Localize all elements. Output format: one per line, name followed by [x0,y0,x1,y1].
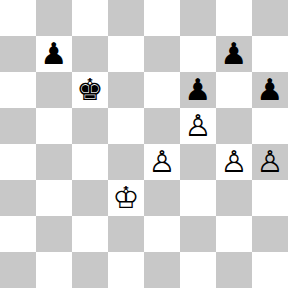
square-e1[interactable] [144,252,180,288]
square-f2[interactable] [180,216,216,252]
square-d5[interactable] [108,108,144,144]
square-a2[interactable] [0,216,36,252]
black-pawn: ♟ [221,36,248,72]
square-e6[interactable] [144,72,180,108]
square-a3[interactable] [0,180,36,216]
square-b2[interactable] [36,216,72,252]
square-d7[interactable] [108,36,144,72]
square-b3[interactable] [36,180,72,216]
square-h7[interactable] [252,36,288,72]
black-pawn: ♟ [257,72,284,108]
square-f3[interactable] [180,180,216,216]
square-c8[interactable] [72,0,108,36]
square-f5[interactable]: ♙ [180,108,216,144]
square-e8[interactable] [144,0,180,36]
white-pawn: ♙ [149,144,176,180]
square-h8[interactable] [252,0,288,36]
chess-board: ♟♟♚♟♟♙♙♙♙♔ [0,0,288,288]
square-g5[interactable] [216,108,252,144]
square-g4[interactable]: ♙ [216,144,252,180]
black-pawn: ♟ [41,36,68,72]
square-f7[interactable] [180,36,216,72]
square-c5[interactable] [72,108,108,144]
square-h1[interactable] [252,252,288,288]
square-d6[interactable] [108,72,144,108]
square-c4[interactable] [72,144,108,180]
square-d2[interactable] [108,216,144,252]
square-e5[interactable] [144,108,180,144]
square-e7[interactable] [144,36,180,72]
square-f8[interactable] [180,0,216,36]
square-c7[interactable] [72,36,108,72]
square-a7[interactable] [0,36,36,72]
square-h6[interactable]: ♟ [252,72,288,108]
square-b6[interactable] [36,72,72,108]
white-pawn: ♙ [257,144,284,180]
white-king: ♔ [113,180,140,216]
square-b5[interactable] [36,108,72,144]
square-a1[interactable] [0,252,36,288]
square-e2[interactable] [144,216,180,252]
square-h2[interactable] [252,216,288,252]
square-f4[interactable] [180,144,216,180]
black-king: ♚ [77,72,104,108]
square-c6[interactable]: ♚ [72,72,108,108]
square-h5[interactable] [252,108,288,144]
square-d4[interactable] [108,144,144,180]
square-g7[interactable]: ♟ [216,36,252,72]
square-h4[interactable]: ♙ [252,144,288,180]
square-d1[interactable] [108,252,144,288]
square-g6[interactable] [216,72,252,108]
square-d3[interactable]: ♔ [108,180,144,216]
square-f6[interactable]: ♟ [180,72,216,108]
square-b7[interactable]: ♟ [36,36,72,72]
white-pawn: ♙ [221,144,248,180]
square-c3[interactable] [72,180,108,216]
square-f1[interactable] [180,252,216,288]
square-a4[interactable] [0,144,36,180]
square-a5[interactable] [0,108,36,144]
square-h3[interactable] [252,180,288,216]
square-e4[interactable]: ♙ [144,144,180,180]
square-a8[interactable] [0,0,36,36]
square-g2[interactable] [216,216,252,252]
square-g1[interactable] [216,252,252,288]
square-c1[interactable] [72,252,108,288]
square-b8[interactable] [36,0,72,36]
black-pawn: ♟ [185,72,212,108]
square-e3[interactable] [144,180,180,216]
white-pawn: ♙ [185,108,212,144]
square-a6[interactable] [0,72,36,108]
square-b4[interactable] [36,144,72,180]
square-d8[interactable] [108,0,144,36]
square-g3[interactable] [216,180,252,216]
square-g8[interactable] [216,0,252,36]
square-b1[interactable] [36,252,72,288]
square-c2[interactable] [72,216,108,252]
